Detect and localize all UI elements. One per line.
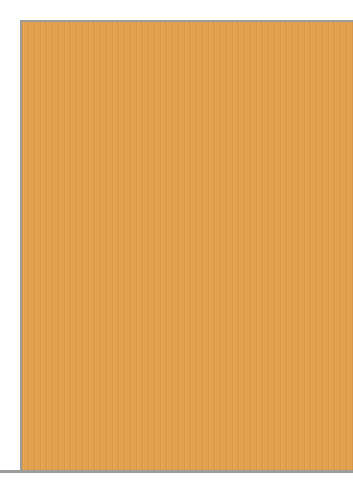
- top-board-divider: [20, 20, 353, 22]
- left-coordinate-labels: [0, 20, 20, 470]
- bottom-coordinate-labels: [0, 473, 353, 500]
- go-board[interactable]: [22, 22, 353, 470]
- left-board-divider: [20, 22, 22, 470]
- top-coordinate-labels: [0, 0, 353, 20]
- go-app-screenshot: [0, 0, 353, 500]
